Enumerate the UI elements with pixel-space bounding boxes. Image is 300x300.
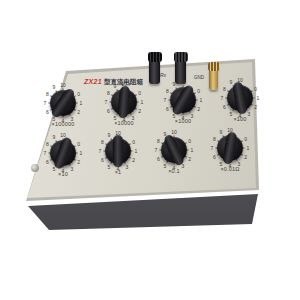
dial-scale-number: 10 bbox=[180, 79, 186, 85]
dial-scale-number: 7 bbox=[44, 100, 47, 106]
dial-scale-number: 0 bbox=[188, 138, 191, 144]
dial-scale-number: 1 bbox=[257, 95, 260, 101]
knob-grip[interactable] bbox=[117, 86, 131, 119]
dial-scale-number: 6 bbox=[213, 154, 216, 160]
dial-scale-number: 7 bbox=[99, 148, 102, 154]
dial-scale-number: 7 bbox=[221, 95, 224, 101]
dial-scale-number: 8 bbox=[213, 136, 216, 142]
dial-scale-number: 6 bbox=[46, 159, 49, 165]
dial-scale-number: 0 bbox=[244, 136, 247, 142]
dial-scale-number: 9 bbox=[230, 79, 233, 85]
resistance-box: ZX21型直流电阻箱 Rx GND 012345678910×100000012… bbox=[26, 58, 266, 268]
dial-scale-number: 8 bbox=[46, 91, 49, 97]
dial-scale-number: 8 bbox=[101, 139, 104, 145]
dial-scale-number: 0 bbox=[132, 139, 135, 145]
dial-scale-number: 6 bbox=[166, 106, 169, 112]
knob-grip[interactable] bbox=[232, 81, 248, 114]
dial-scale-number: 1 bbox=[247, 145, 250, 151]
knob-grip[interactable] bbox=[113, 135, 124, 167]
dial-knob[interactable] bbox=[111, 89, 137, 115]
dial-scale-number: 2 bbox=[188, 156, 191, 162]
dial-assembly: 012345678910×0.01Ω bbox=[198, 116, 262, 180]
dial-scale-number: 8 bbox=[166, 88, 169, 94]
dial-knob[interactable] bbox=[227, 85, 253, 111]
dial-scale-number: 6 bbox=[157, 156, 160, 162]
dial-scale-number: 2 bbox=[77, 109, 80, 115]
dial-scale-number: 9 bbox=[220, 129, 223, 135]
dial-scale-number: 10 bbox=[171, 129, 177, 135]
dial-scale-number: 1 bbox=[191, 147, 194, 153]
dial-scale-number: 0 bbox=[77, 91, 80, 97]
dial-scale-number: 2 bbox=[138, 108, 141, 114]
dial-scale-number: 6 bbox=[223, 104, 226, 110]
dial-scale-number: 2 bbox=[244, 154, 247, 160]
dial-scale-number: 8 bbox=[223, 86, 226, 92]
dial-knob[interactable] bbox=[217, 135, 243, 161]
dial-scale-number: 1 bbox=[80, 150, 83, 156]
dial-scale-number: 8 bbox=[107, 90, 110, 96]
dial-scale-number: 2 bbox=[77, 159, 80, 165]
dial-scale-number: 2 bbox=[197, 106, 200, 112]
dial-scale-number: 7 bbox=[155, 147, 158, 153]
dial-scale-number: 0 bbox=[77, 141, 80, 147]
dial-scale-number: 10 bbox=[60, 82, 66, 88]
dial-scale-number: 9 bbox=[53, 84, 56, 90]
dial-knob[interactable] bbox=[50, 140, 76, 166]
dial-scale-number: 7 bbox=[211, 145, 214, 151]
dial-scale-number: 8 bbox=[157, 138, 160, 144]
dial-scale-number: 0 bbox=[254, 86, 257, 92]
dial-scale-number: 7 bbox=[44, 150, 47, 156]
dial-scale-number: 2 bbox=[132, 157, 135, 163]
dial-scale-number: 1 bbox=[200, 97, 203, 103]
dial-scale-number: 0 bbox=[197, 88, 200, 94]
knob-grip[interactable] bbox=[49, 87, 76, 120]
dial-scale-number: 9 bbox=[53, 134, 56, 140]
dial-scale-number: 1 bbox=[141, 99, 144, 105]
dial-scale-number: 1 bbox=[80, 100, 83, 106]
dial-scale-number: 0 bbox=[138, 90, 141, 96]
dial-knob[interactable] bbox=[50, 90, 76, 116]
dial-multiplier-label: ×1 bbox=[86, 169, 150, 175]
dial-assembly: 012345678910×1 bbox=[86, 119, 150, 183]
dial-scale-number: 1 bbox=[135, 148, 138, 154]
dial-scale-number: 2 bbox=[254, 104, 257, 110]
dial-knob[interactable] bbox=[161, 137, 187, 163]
dial-assembly: 012345678910×0.1 bbox=[142, 118, 206, 182]
dial-scale-number: 6 bbox=[107, 108, 110, 114]
dial-scale-number: 7 bbox=[164, 97, 167, 103]
dial-scale-number: 6 bbox=[46, 109, 49, 115]
dial-scale-number: 9 bbox=[114, 83, 117, 89]
dial-scale-number: 9 bbox=[108, 132, 111, 138]
dial-multiplier-label: ×0.1 bbox=[142, 168, 206, 174]
dial-scale-number: 6 bbox=[101, 157, 104, 163]
dial-scale-number: 7 bbox=[105, 99, 108, 105]
dial-multiplier-label: ×0.01Ω bbox=[198, 166, 262, 172]
dial-knob[interactable] bbox=[105, 138, 131, 164]
dial-knob[interactable] bbox=[170, 87, 196, 113]
dial-scale-number: 8 bbox=[46, 141, 49, 147]
dial-scale-number: 9 bbox=[173, 81, 176, 87]
